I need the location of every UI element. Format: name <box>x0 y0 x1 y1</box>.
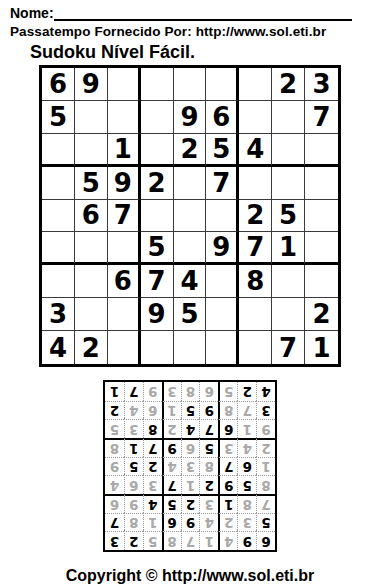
solution-cell-r6c1: 2 <box>256 438 275 457</box>
solution-cell-r6c5: 6 <box>181 438 200 457</box>
solution-cell-r7c2: 1 <box>237 419 256 438</box>
solution-cell-r1c8: 2 <box>124 531 143 550</box>
sudoku-cell-r3c6: 5 <box>206 134 239 167</box>
sudoku-cell-r3c3: 1 <box>108 134 141 167</box>
sudoku-cell-r2c1: 5 <box>42 101 75 134</box>
sudoku-cell-r2c4 <box>141 101 174 134</box>
sudoku-cell-r4c8 <box>272 167 305 200</box>
solution-cell-r9c1: 4 <box>256 382 275 401</box>
solution-cell-r2c8: 8 <box>124 513 143 532</box>
sudoku-cell-r1c8: 2 <box>272 68 305 101</box>
solution-cell-r2c5: 9 <box>181 513 200 532</box>
solution-cell-r5c3: 7 <box>218 457 237 476</box>
solution-cell-r2c3: 2 <box>218 513 237 532</box>
sudoku-cell-r8c2 <box>75 298 108 331</box>
sudoku-cell-r4c6: 7 <box>206 167 239 200</box>
solution-cell-r7c3: 6 <box>218 419 237 438</box>
sudoku-cell-r1c2: 9 <box>75 68 108 101</box>
sudoku-cell-r7c1 <box>42 265 75 298</box>
sudoku-cell-r1c4 <box>141 68 174 101</box>
solution-cell-r2c9: 7 <box>105 513 124 532</box>
sudoku-cell-r4c4: 2 <box>141 167 174 200</box>
solution-cell-r4c7: 3 <box>143 475 162 494</box>
sudoku-cell-r7c7: 8 <box>239 265 272 298</box>
solution-cell-r8c4: 9 <box>199 401 218 420</box>
sudoku-cell-r9c9: 1 <box>305 331 338 364</box>
sudoku-cell-r9c6 <box>206 331 239 364</box>
sudoku-cell-r4c7 <box>239 167 272 200</box>
sudoku-cell-r3c8 <box>272 134 305 167</box>
solution-cell-r5c7: 2 <box>143 457 162 476</box>
solution-cell-r7c6: 2 <box>162 419 181 438</box>
sudoku-cell-r5c7: 2 <box>239 200 272 233</box>
sudoku-cell-r9c2: 2 <box>75 331 108 364</box>
solution-cell-r8c5: 5 <box>181 401 200 420</box>
solution-cell-r7c8: 3 <box>124 419 143 438</box>
solution-cell-r9c3: 5 <box>218 382 237 401</box>
sudoku-cell-r5c9 <box>305 200 338 233</box>
solution-cell-r1c1: 6 <box>256 531 275 550</box>
solution-board-wrapper: 6941785235324961877813254968592173641678… <box>103 380 277 552</box>
solution-cell-r3c8: 9 <box>124 494 143 513</box>
sudoku-cell-r4c1 <box>42 167 75 200</box>
solution-cell-r8c2: 7 <box>237 401 256 420</box>
sudoku-cell-r1c1: 6 <box>42 68 75 101</box>
sudoku-cell-r8c3 <box>108 298 141 331</box>
solution-cell-r1c7: 5 <box>143 531 162 550</box>
solution-cell-r6c4: 5 <box>199 438 218 457</box>
solution-cell-r3c2: 8 <box>237 494 256 513</box>
solution-cell-r7c9: 5 <box>105 419 124 438</box>
solution-cell-r5c1: 1 <box>256 457 275 476</box>
sudoku-cell-r9c8: 7 <box>272 331 305 364</box>
solution-cell-r8c3: 8 <box>218 401 237 420</box>
solution-cell-r3c7: 4 <box>143 494 162 513</box>
solution-cell-r4c4: 2 <box>199 475 218 494</box>
solution-cell-r2c4: 4 <box>199 513 218 532</box>
sudoku-cell-r5c3: 7 <box>108 200 141 233</box>
sudoku-cell-r9c7 <box>239 331 272 364</box>
sudoku-cell-r5c6 <box>206 200 239 233</box>
sudoku-cell-r5c4 <box>141 200 174 233</box>
sudoku-cell-r1c3 <box>108 68 141 101</box>
sudoku-cell-r9c3 <box>108 331 141 364</box>
page-title: Sudoku Nível Fácil. <box>30 42 380 63</box>
solution-cell-r4c1: 8 <box>256 475 275 494</box>
solution-cell-r2c7: 1 <box>143 513 162 532</box>
sudoku-cell-r2c5: 9 <box>174 101 207 134</box>
copyright-text: Copyright © http://www.sol.eti.br <box>0 567 380 585</box>
solution-cell-r9c2: 2 <box>237 382 256 401</box>
sudoku-cell-r4c5 <box>174 167 207 200</box>
sudoku-cell-r8c4: 9 <box>141 298 174 331</box>
sudoku-cell-r6c3 <box>108 232 141 265</box>
solution-cell-r3c5: 2 <box>181 494 200 513</box>
sudoku-cell-r7c3: 6 <box>108 265 141 298</box>
sudoku-cell-r7c2 <box>75 265 108 298</box>
solution-cell-r7c7: 8 <box>143 419 162 438</box>
solution-cell-r3c1: 7 <box>256 494 275 513</box>
sudoku-cell-r2c9: 7 <box>305 101 338 134</box>
sudoku-cell-r4c9 <box>305 167 338 200</box>
sudoku-cell-r4c3: 9 <box>108 167 141 200</box>
sudoku-cell-r6c4: 5 <box>141 232 174 265</box>
sudoku-cell-r7c9 <box>305 265 338 298</box>
sudoku-cell-r6c1 <box>42 232 75 265</box>
sudoku-cell-r8c7 <box>239 298 272 331</box>
sudoku-cell-r5c5 <box>174 200 207 233</box>
sudoku-cell-r4c2: 5 <box>75 167 108 200</box>
solution-cell-r9c4: 6 <box>199 382 218 401</box>
solution-cell-r6c8: 1 <box>124 438 143 457</box>
sudoku-cell-r2c7 <box>239 101 272 134</box>
sudoku-cell-r3c2 <box>75 134 108 167</box>
sudoku-cell-r8c9: 2 <box>305 298 338 331</box>
sudoku-cell-r8c8 <box>272 298 305 331</box>
solution-cell-r4c8: 6 <box>124 475 143 494</box>
solution-cell-r9c9: 1 <box>105 382 124 401</box>
name-label: Nome: <box>10 6 54 21</box>
solution-cell-r4c6: 7 <box>162 475 181 494</box>
sudoku-cell-r5c1 <box>42 200 75 233</box>
solution-cell-r8c6: 1 <box>162 401 181 420</box>
solution-cell-r6c7: 7 <box>143 438 162 457</box>
solution-cell-r5c4: 8 <box>199 457 218 476</box>
solution-cell-r4c5: 1 <box>181 475 200 494</box>
solution-cell-r1c4: 1 <box>199 531 218 550</box>
solution-cell-r1c9: 3 <box>105 531 124 550</box>
solution-cell-r8c9: 2 <box>105 401 124 420</box>
solution-cell-r3c4: 3 <box>199 494 218 513</box>
puzzle-page: Nome: Passatempo Fornecido Por: http://w… <box>0 0 380 585</box>
sudoku-cell-r2c2 <box>75 101 108 134</box>
sudoku-cell-r3c7: 4 <box>239 134 272 167</box>
sudoku-cell-r9c4 <box>141 331 174 364</box>
solution-cell-r3c3: 1 <box>218 494 237 513</box>
sudoku-cell-r2c8 <box>272 101 305 134</box>
sudoku-cell-r7c4: 7 <box>141 265 174 298</box>
sudoku-cell-r1c9: 3 <box>305 68 338 101</box>
provider-text: Passatempo Fornecido Por: http://www.sol… <box>10 24 372 39</box>
sudoku-cell-r1c5 <box>174 68 207 101</box>
solution-cell-r5c9: 9 <box>105 457 124 476</box>
sudoku-cell-r2c6: 6 <box>206 101 239 134</box>
solution-cell-r5c2: 6 <box>237 457 256 476</box>
sudoku-cell-r6c9 <box>305 232 338 265</box>
solution-cell-r1c2: 9 <box>237 531 256 550</box>
sudoku-cell-r6c5 <box>174 232 207 265</box>
sudoku-cell-r7c6 <box>206 265 239 298</box>
solution-cell-r8c1: 3 <box>256 401 275 420</box>
solution-cell-r9c7: 9 <box>143 382 162 401</box>
sudoku-cell-r8c5: 5 <box>174 298 207 331</box>
solution-cell-r7c5: 4 <box>181 419 200 438</box>
solution-cell-r9c5: 8 <box>181 382 200 401</box>
solution-cell-r6c6: 9 <box>162 438 181 457</box>
sudoku-board: 692359671254592767255971674839524271 <box>39 65 341 367</box>
sudoku-cell-r7c5: 4 <box>174 265 207 298</box>
solution-board: 6941785235324961877813254968592173641678… <box>103 380 277 552</box>
sudoku-cell-r8c1: 3 <box>42 298 75 331</box>
sudoku-cell-r5c2: 6 <box>75 200 108 233</box>
solution-cell-r2c2: 3 <box>237 513 256 532</box>
solution-cell-r9c6: 3 <box>162 382 181 401</box>
solution-cell-r5c6: 4 <box>162 457 181 476</box>
solution-cell-r2c1: 5 <box>256 513 275 532</box>
solution-cell-r5c8: 5 <box>124 457 143 476</box>
sudoku-cell-r3c1 <box>42 134 75 167</box>
sudoku-cell-r5c8: 5 <box>272 200 305 233</box>
solution-cell-r7c1: 9 <box>256 419 275 438</box>
solution-cell-r1c6: 8 <box>162 531 181 550</box>
solution-cell-r3c9: 6 <box>105 494 124 513</box>
sudoku-cell-r1c6 <box>206 68 239 101</box>
sudoku-cell-r2c3 <box>108 101 141 134</box>
sudoku-cell-r6c8: 1 <box>272 232 305 265</box>
solution-cell-r4c2: 5 <box>237 475 256 494</box>
solution-cell-r1c5: 7 <box>181 531 200 550</box>
solution-cell-r9c8: 7 <box>124 382 143 401</box>
solution-cell-r4c9: 4 <box>105 475 124 494</box>
sudoku-cell-r1c7 <box>239 68 272 101</box>
solution-cell-r8c8: 4 <box>124 401 143 420</box>
sudoku-cell-r3c4 <box>141 134 174 167</box>
solution-cell-r5c5: 3 <box>181 457 200 476</box>
sudoku-cell-r6c6: 9 <box>206 232 239 265</box>
solution-cell-r6c9: 8 <box>105 438 124 457</box>
solution-cell-r4c3: 9 <box>218 475 237 494</box>
solution-cell-r2c6: 6 <box>162 513 181 532</box>
solution-cell-r8c7: 6 <box>143 401 162 420</box>
sudoku-cell-r8c6 <box>206 298 239 331</box>
sudoku-cell-r6c2 <box>75 232 108 265</box>
sudoku-cell-r9c5 <box>174 331 207 364</box>
solution-cell-r7c4: 7 <box>199 419 218 438</box>
solution-cell-r6c2: 4 <box>237 438 256 457</box>
sudoku-cell-r3c5: 2 <box>174 134 207 167</box>
name-row: Nome: <box>10 4 352 21</box>
sudoku-cell-r6c7: 7 <box>239 232 272 265</box>
sudoku-cell-r9c1: 4 <box>42 331 75 364</box>
solution-cell-r1c3: 4 <box>218 531 237 550</box>
sudoku-cell-r3c9 <box>305 134 338 167</box>
name-blank-line <box>54 6 352 21</box>
sudoku-cell-r7c8 <box>272 265 305 298</box>
solution-cell-r3c6: 5 <box>162 494 181 513</box>
solution-cell-r6c3: 3 <box>218 438 237 457</box>
